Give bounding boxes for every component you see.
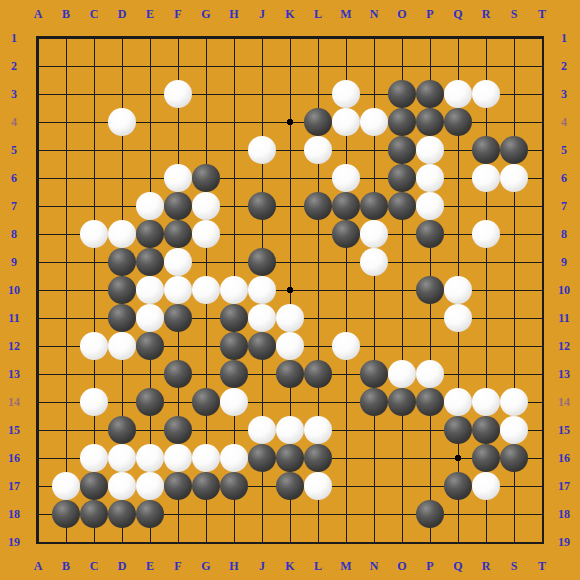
stone-white-Q11	[444, 304, 472, 332]
coord-left-17: 17	[5, 479, 23, 493]
stone-black-P14	[416, 388, 444, 416]
coord-right-2: 2	[555, 59, 573, 73]
coord-bottom-M: M	[337, 559, 355, 573]
coord-bottom-K: K	[281, 559, 299, 573]
stone-white-F9	[164, 248, 192, 276]
stone-white-Q10	[444, 276, 472, 304]
stone-white-L15	[304, 416, 332, 444]
goban[interactable]: AABBCCDDEEFFGGHHJJKKLLMMNNOOPPQQRRSSTT11…	[0, 0, 580, 580]
stone-black-K13	[276, 360, 304, 388]
stone-black-E8	[136, 220, 164, 248]
stone-white-E16	[136, 444, 164, 472]
stone-black-M8	[332, 220, 360, 248]
stone-white-C8	[80, 220, 108, 248]
stone-black-F13	[164, 360, 192, 388]
stone-white-G8	[192, 220, 220, 248]
stone-black-P3	[416, 80, 444, 108]
stone-white-C14	[80, 388, 108, 416]
stone-black-R5	[472, 136, 500, 164]
coord-top-T: T	[533, 7, 551, 21]
stone-black-O14	[388, 388, 416, 416]
stone-black-J16	[248, 444, 276, 472]
hoshi-K10	[287, 287, 293, 293]
coord-right-18: 18	[555, 507, 573, 521]
stone-black-G6	[192, 164, 220, 192]
stone-white-S6	[500, 164, 528, 192]
coord-bottom-Q: Q	[449, 559, 467, 573]
coord-bottom-E: E	[141, 559, 159, 573]
stone-black-G14	[192, 388, 220, 416]
coord-right-7: 7	[555, 199, 573, 213]
stone-white-D17	[108, 472, 136, 500]
stone-white-R3	[472, 80, 500, 108]
coord-bottom-T: T	[533, 559, 551, 573]
coord-right-13: 13	[555, 367, 573, 381]
coord-left-16: 16	[5, 451, 23, 465]
coord-right-19: 19	[555, 535, 573, 549]
coord-left-1: 1	[5, 31, 23, 45]
coord-right-16: 16	[555, 451, 573, 465]
stone-black-K16	[276, 444, 304, 472]
coord-left-13: 13	[5, 367, 23, 381]
coord-right-5: 5	[555, 143, 573, 157]
coord-top-F: F	[169, 7, 187, 21]
coord-left-9: 9	[5, 255, 23, 269]
stone-white-H10	[220, 276, 248, 304]
stone-black-L13	[304, 360, 332, 388]
stone-black-O5	[388, 136, 416, 164]
stone-black-L16	[304, 444, 332, 472]
coord-bottom-O: O	[393, 559, 411, 573]
coord-left-10: 10	[5, 283, 23, 297]
stone-white-N4	[360, 108, 388, 136]
coord-left-11: 11	[5, 311, 23, 325]
stone-black-F7	[164, 192, 192, 220]
coord-bottom-L: L	[309, 559, 327, 573]
stone-white-R17	[472, 472, 500, 500]
stone-white-M4	[332, 108, 360, 136]
stone-white-C16	[80, 444, 108, 472]
stone-white-P7	[416, 192, 444, 220]
stone-black-E18	[136, 500, 164, 528]
stone-white-H16	[220, 444, 248, 472]
coord-bottom-P: P	[421, 559, 439, 573]
coord-right-6: 6	[555, 171, 573, 185]
stone-white-Q3	[444, 80, 472, 108]
stone-black-P8	[416, 220, 444, 248]
stone-white-E17	[136, 472, 164, 500]
stone-black-H11	[220, 304, 248, 332]
stone-black-O3	[388, 80, 416, 108]
coord-right-10: 10	[555, 283, 573, 297]
coord-right-17: 17	[555, 479, 573, 493]
stone-white-P6	[416, 164, 444, 192]
stone-white-M6	[332, 164, 360, 192]
stone-black-P18	[416, 500, 444, 528]
stone-black-O6	[388, 164, 416, 192]
stone-black-F17	[164, 472, 192, 500]
stone-black-E12	[136, 332, 164, 360]
stone-black-S5	[500, 136, 528, 164]
coord-top-L: L	[309, 7, 327, 21]
coord-top-K: K	[281, 7, 299, 21]
coord-bottom-G: G	[197, 559, 215, 573]
coord-top-C: C	[85, 7, 103, 21]
stone-black-C18	[80, 500, 108, 528]
stone-white-P5	[416, 136, 444, 164]
stone-black-R16	[472, 444, 500, 472]
stone-black-N7	[360, 192, 388, 220]
stone-white-D16	[108, 444, 136, 472]
stone-white-B17	[52, 472, 80, 500]
coord-right-14: 14	[555, 395, 573, 409]
stone-white-F16	[164, 444, 192, 472]
stone-black-M7	[332, 192, 360, 220]
coord-bottom-J: J	[253, 559, 271, 573]
stone-white-G7	[192, 192, 220, 220]
stone-white-C12	[80, 332, 108, 360]
stone-white-J5	[248, 136, 276, 164]
coord-bottom-S: S	[505, 559, 523, 573]
stone-black-H17	[220, 472, 248, 500]
stone-black-E9	[136, 248, 164, 276]
coord-left-5: 5	[5, 143, 23, 157]
stone-white-K15	[276, 416, 304, 444]
stone-white-G10	[192, 276, 220, 304]
coord-bottom-R: R	[477, 559, 495, 573]
coord-left-15: 15	[5, 423, 23, 437]
coord-bottom-C: C	[85, 559, 103, 573]
stone-black-P10	[416, 276, 444, 304]
coord-left-2: 2	[5, 59, 23, 73]
coord-top-M: M	[337, 7, 355, 21]
stone-black-Q15	[444, 416, 472, 444]
stone-white-R6	[472, 164, 500, 192]
coord-left-12: 12	[5, 339, 23, 353]
coord-left-3: 3	[5, 87, 23, 101]
coord-right-12: 12	[555, 339, 573, 353]
stone-black-L7	[304, 192, 332, 220]
stone-white-F3	[164, 80, 192, 108]
stone-black-G17	[192, 472, 220, 500]
stone-black-D9	[108, 248, 136, 276]
coord-left-7: 7	[5, 199, 23, 213]
stone-white-Q14	[444, 388, 472, 416]
stone-white-P13	[416, 360, 444, 388]
coord-right-9: 9	[555, 255, 573, 269]
coord-top-H: H	[225, 7, 243, 21]
coord-top-D: D	[113, 7, 131, 21]
stone-white-K11	[276, 304, 304, 332]
stone-black-F11	[164, 304, 192, 332]
stone-black-O7	[388, 192, 416, 220]
stone-white-S15	[500, 416, 528, 444]
stone-black-S16	[500, 444, 528, 472]
stone-white-L17	[304, 472, 332, 500]
coord-left-6: 6	[5, 171, 23, 185]
hoshi-K4	[287, 119, 293, 125]
coord-right-8: 8	[555, 227, 573, 241]
coord-top-R: R	[477, 7, 495, 21]
coord-top-A: A	[29, 7, 47, 21]
stone-white-E11	[136, 304, 164, 332]
stone-black-F15	[164, 416, 192, 444]
stone-white-D4	[108, 108, 136, 136]
coord-top-N: N	[365, 7, 383, 21]
stone-white-E10	[136, 276, 164, 304]
coord-bottom-N: N	[365, 559, 383, 573]
stone-black-J12	[248, 332, 276, 360]
stone-white-J10	[248, 276, 276, 304]
stone-white-H14	[220, 388, 248, 416]
coord-top-Q: Q	[449, 7, 467, 21]
stone-white-G16	[192, 444, 220, 472]
stone-white-J15	[248, 416, 276, 444]
stone-black-R15	[472, 416, 500, 444]
stone-white-R14	[472, 388, 500, 416]
coord-left-18: 18	[5, 507, 23, 521]
hoshi-Q16	[455, 455, 461, 461]
stone-black-P4	[416, 108, 444, 136]
coord-top-B: B	[57, 7, 75, 21]
stone-black-Q17	[444, 472, 472, 500]
stone-white-J11	[248, 304, 276, 332]
stone-black-D15	[108, 416, 136, 444]
stone-white-R8	[472, 220, 500, 248]
coord-top-E: E	[141, 7, 159, 21]
stone-black-L4	[304, 108, 332, 136]
coord-right-1: 1	[555, 31, 573, 45]
coord-right-11: 11	[555, 311, 573, 325]
coord-bottom-A: A	[29, 559, 47, 573]
stone-white-M3	[332, 80, 360, 108]
coord-bottom-F: F	[169, 559, 187, 573]
stone-black-H13	[220, 360, 248, 388]
stone-white-K12	[276, 332, 304, 360]
stone-black-K17	[276, 472, 304, 500]
coord-top-J: J	[253, 7, 271, 21]
stone-black-F8	[164, 220, 192, 248]
stone-white-N9	[360, 248, 388, 276]
stone-black-H12	[220, 332, 248, 360]
stone-white-O13	[388, 360, 416, 388]
stone-black-D11	[108, 304, 136, 332]
stone-black-D18	[108, 500, 136, 528]
coord-left-4: 4	[5, 115, 23, 129]
coord-left-19: 19	[5, 535, 23, 549]
coord-top-P: P	[421, 7, 439, 21]
stone-white-E7	[136, 192, 164, 220]
stone-black-N14	[360, 388, 388, 416]
coord-top-O: O	[393, 7, 411, 21]
stone-black-C17	[80, 472, 108, 500]
coord-top-S: S	[505, 7, 523, 21]
stone-white-F6	[164, 164, 192, 192]
stone-black-J9	[248, 248, 276, 276]
stone-white-S14	[500, 388, 528, 416]
stone-white-D8	[108, 220, 136, 248]
coord-left-14: 14	[5, 395, 23, 409]
coord-bottom-B: B	[57, 559, 75, 573]
stone-black-N13	[360, 360, 388, 388]
coord-right-3: 3	[555, 87, 573, 101]
stone-black-D10	[108, 276, 136, 304]
stone-white-L5	[304, 136, 332, 164]
coord-right-4: 4	[555, 115, 573, 129]
coord-right-15: 15	[555, 423, 573, 437]
coord-bottom-D: D	[113, 559, 131, 573]
stone-black-E14	[136, 388, 164, 416]
stone-white-N8	[360, 220, 388, 248]
coord-bottom-H: H	[225, 559, 243, 573]
stone-white-F10	[164, 276, 192, 304]
stone-black-J7	[248, 192, 276, 220]
stone-black-B18	[52, 500, 80, 528]
stone-white-M12	[332, 332, 360, 360]
stone-white-D12	[108, 332, 136, 360]
coord-left-8: 8	[5, 227, 23, 241]
coord-top-G: G	[197, 7, 215, 21]
stone-black-O4	[388, 108, 416, 136]
stone-black-Q4	[444, 108, 472, 136]
